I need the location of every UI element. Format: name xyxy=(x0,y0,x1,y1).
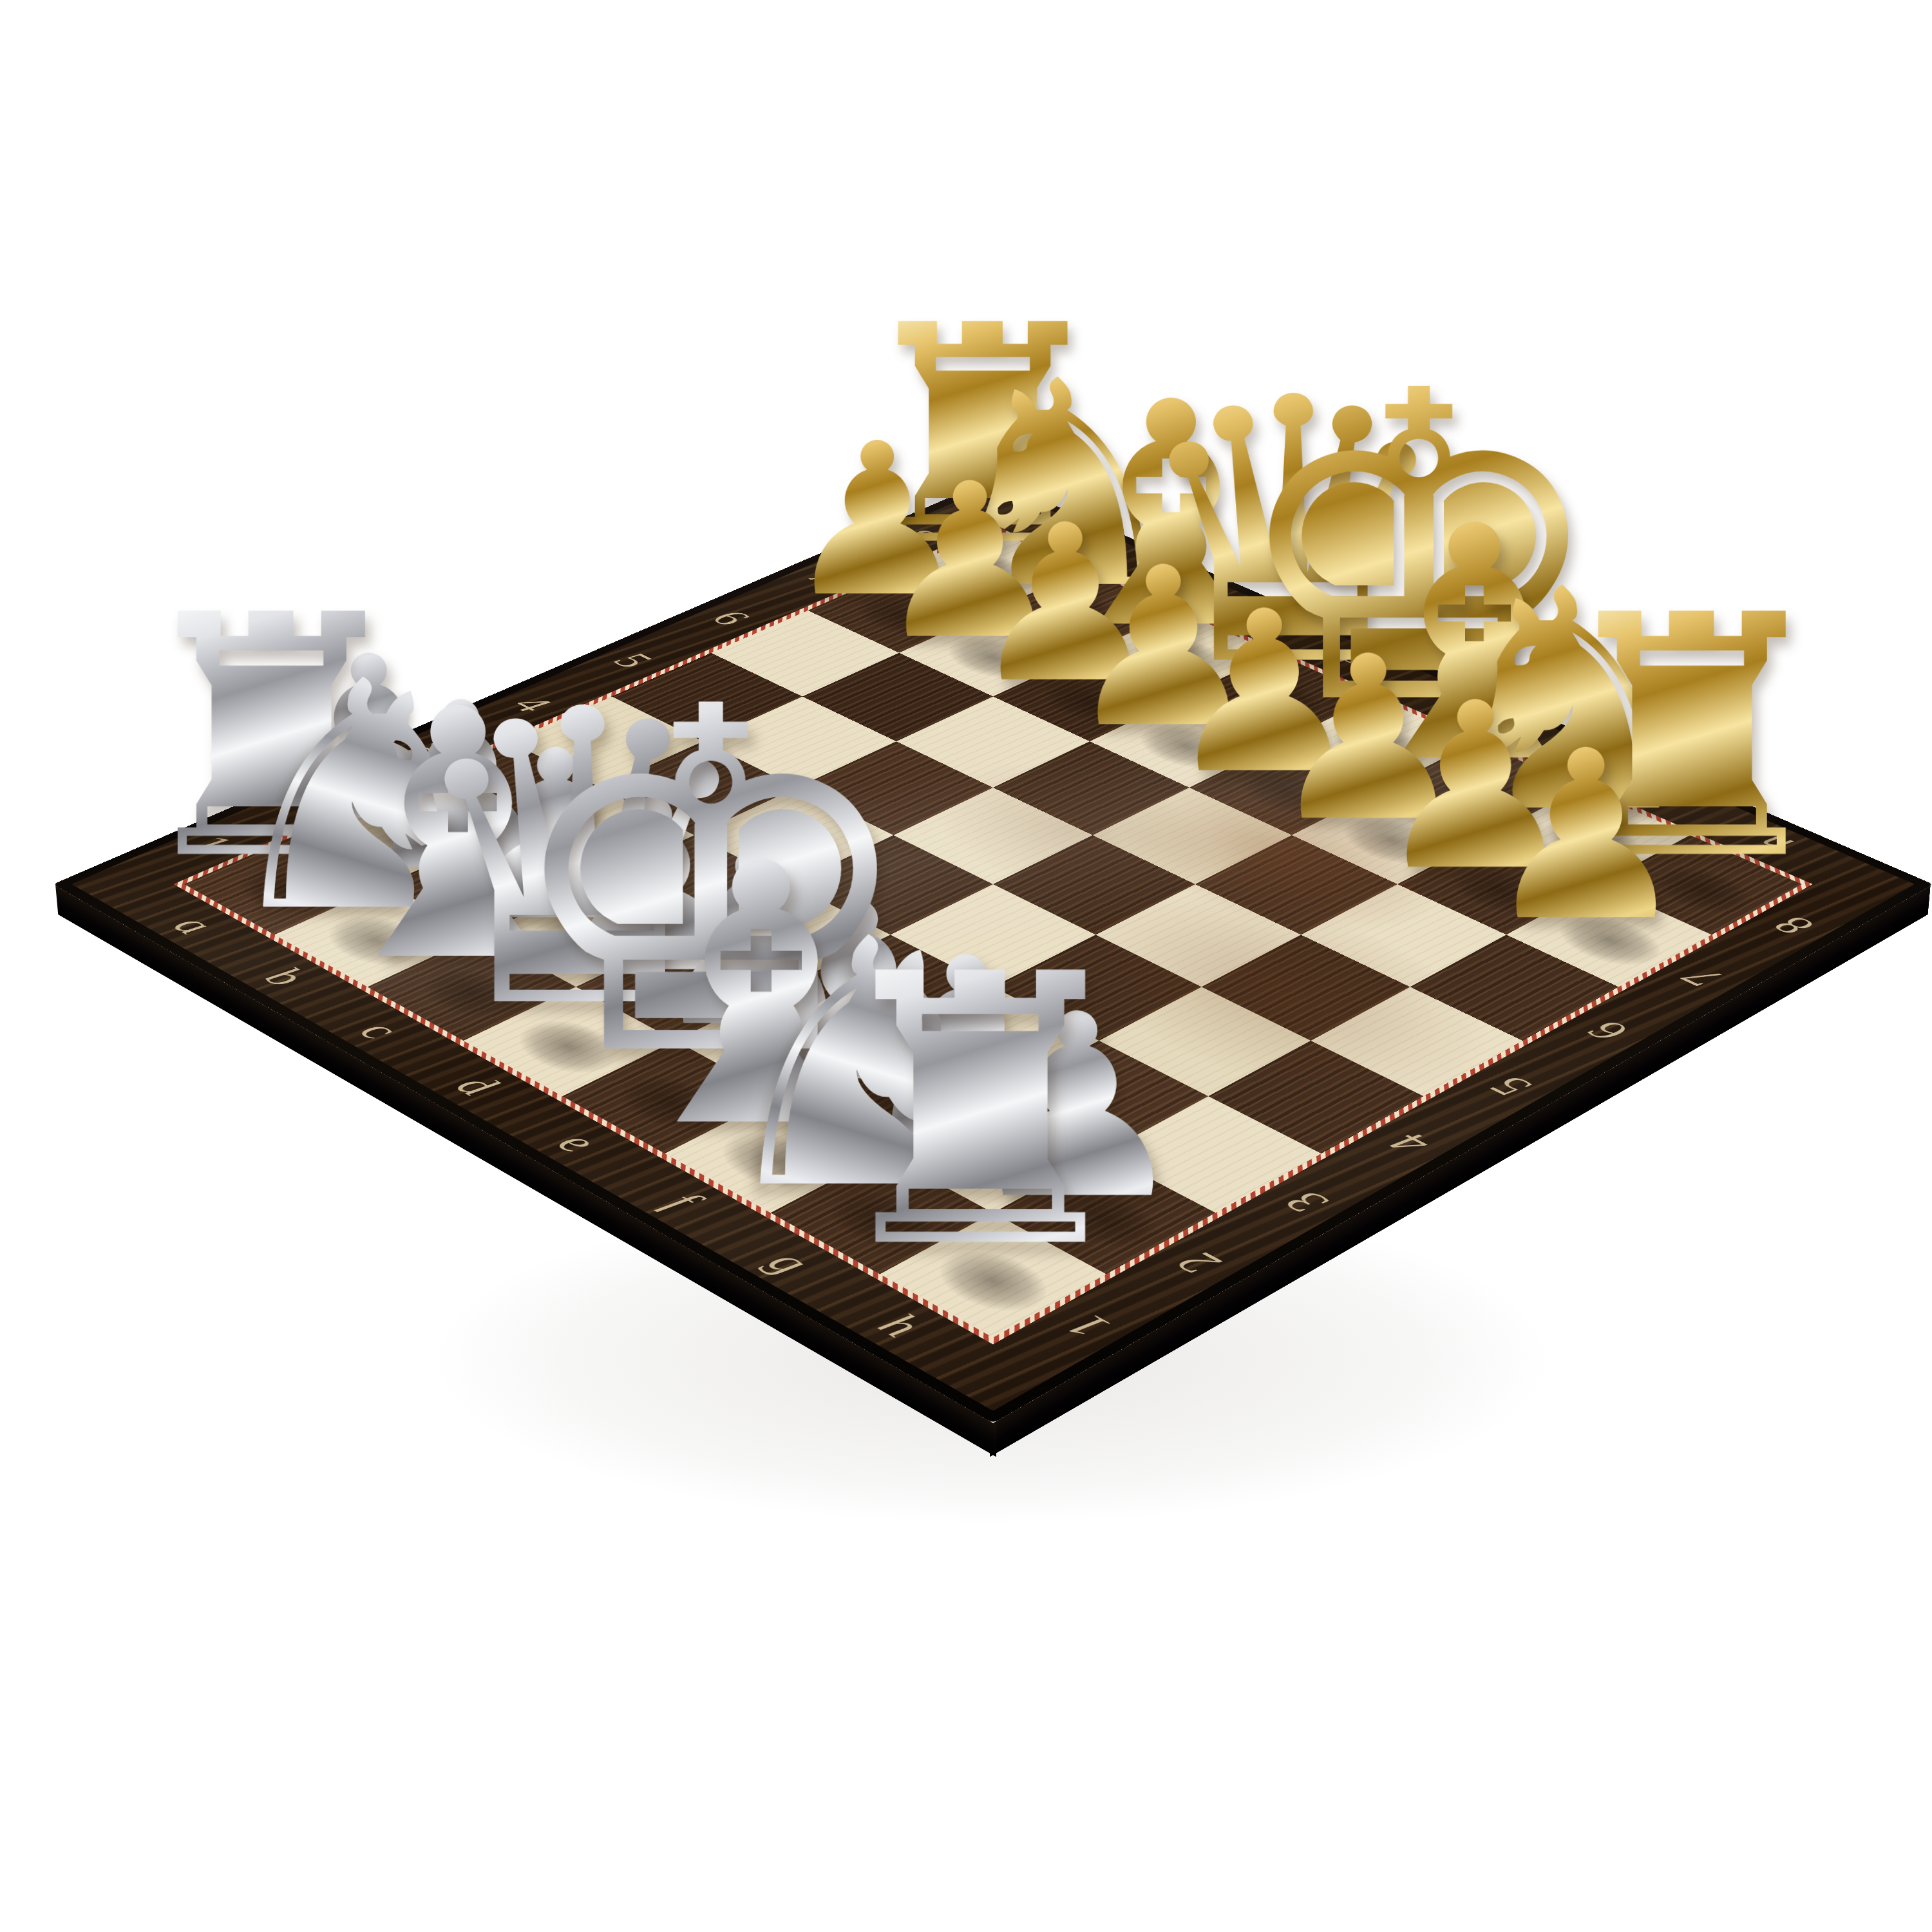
silver-rook-h1[interactable]: ♜ xyxy=(813,935,1117,1289)
product-photo-scene: ♜♞♝♛♚♝♞♜♟♟♟♟♟♟♟♟♟♟♟♟♟♟♟♟♜♞♝♛♚♝♞♜ a b c d… xyxy=(0,0,1932,1932)
pawn-icon: ♟ xyxy=(1482,726,1690,947)
rank-label-2-right: 2 xyxy=(1169,1247,1229,1280)
rook-icon: ♜ xyxy=(813,935,1148,1289)
gold-pawn-h7[interactable]: ♟ xyxy=(1448,726,1724,947)
